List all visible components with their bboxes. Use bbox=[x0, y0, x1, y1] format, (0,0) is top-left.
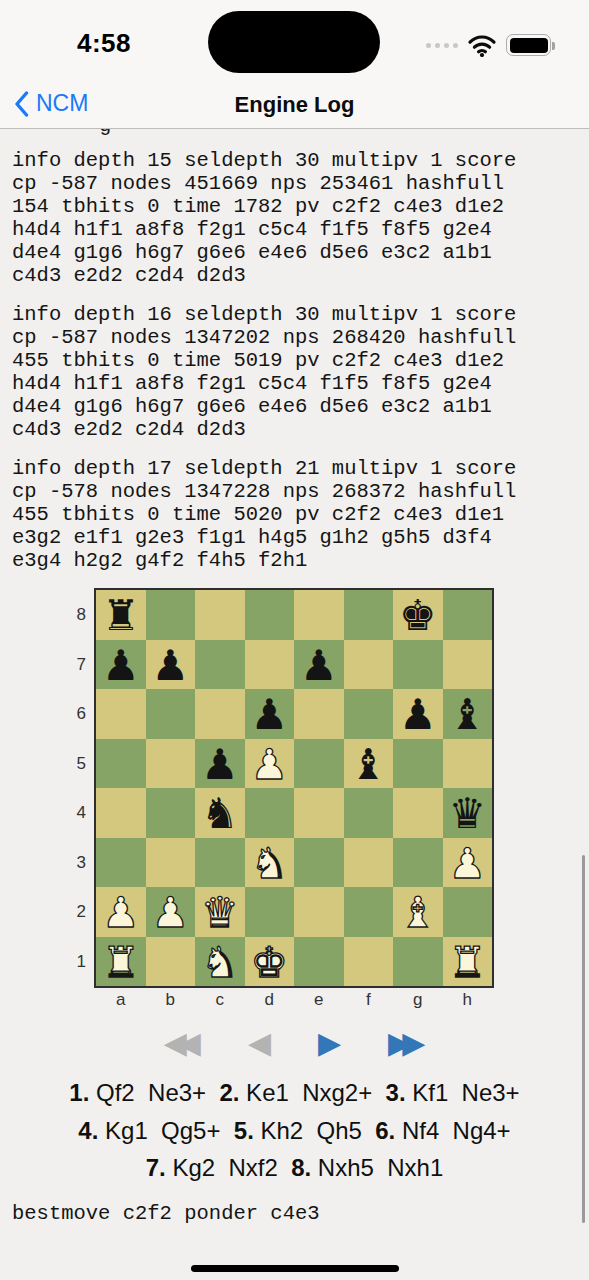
square-b5 bbox=[146, 739, 196, 789]
square-h7 bbox=[443, 640, 493, 690]
uci-info-depth-17: info depth 17 seldepth 21 multipv 1 scor… bbox=[0, 457, 589, 572]
square-e3 bbox=[294, 838, 344, 888]
square-c3 bbox=[195, 838, 245, 888]
move-line-3: 7. Kg2 Nxf2 8. Nxh5 Nxh1 bbox=[0, 1149, 589, 1187]
square-g1 bbox=[393, 937, 443, 987]
rank-label-6: 6 bbox=[0, 689, 86, 739]
square-a3 bbox=[96, 838, 146, 888]
white-bishop-g2: ♝ bbox=[393, 887, 443, 937]
navigation-bar: NCM Engine Log bbox=[0, 84, 589, 128]
black-pawn-e7: ♟ bbox=[294, 640, 344, 690]
chess-board-area: 87654321 ♜♚♟♟♟♟♟♝♟♟♝♞♛♞♟♟♟♛♝♜♞♚♜ abcdefg… bbox=[0, 588, 589, 1006]
square-g4 bbox=[393, 788, 443, 838]
move-number: 7. bbox=[146, 1154, 166, 1181]
square-g3 bbox=[393, 838, 443, 888]
square-c7 bbox=[195, 640, 245, 690]
black-pawn-a7: ♟ bbox=[96, 640, 146, 690]
black-queen-h4: ♛ bbox=[443, 788, 493, 838]
square-d2 bbox=[245, 887, 295, 937]
white-rook-h1: ♜ bbox=[443, 937, 493, 987]
square-h3: ♟ bbox=[443, 838, 493, 888]
square-d6: ♟ bbox=[245, 689, 295, 739]
engine-log-scrollview[interactable]: g info depth 15 seldepth 30 multipv 1 sc… bbox=[0, 129, 589, 1280]
square-a8: ♜ bbox=[96, 590, 146, 640]
square-h1: ♜ bbox=[443, 937, 493, 987]
square-f4 bbox=[344, 788, 394, 838]
square-c2: ♛ bbox=[195, 887, 245, 937]
white-knight-d3: ♞ bbox=[245, 838, 295, 888]
black-pawn-b7: ♟ bbox=[146, 640, 196, 690]
file-label-f: f bbox=[344, 990, 394, 1010]
square-b1 bbox=[146, 937, 196, 987]
square-a6 bbox=[96, 689, 146, 739]
black-knight-c4: ♞ bbox=[195, 788, 245, 838]
wifi-icon bbox=[467, 34, 497, 57]
white-pawn-d5: ♟ bbox=[245, 739, 295, 789]
move-line-1: 1. Qf2 Ne3+ 2. Ke1 Nxg2+ 3. Kf1 Ne3+ bbox=[0, 1074, 589, 1112]
rank-label-8: 8 bbox=[0, 590, 86, 640]
white-queen-c2: ♛ bbox=[195, 887, 245, 937]
status-icons bbox=[426, 32, 551, 58]
move-line-2: 4. Kg1 Qg5+ 5. Kh2 Qh5 6. Nf4 Ng4+ bbox=[0, 1112, 589, 1150]
square-f2 bbox=[344, 887, 394, 937]
square-b8 bbox=[146, 590, 196, 640]
move-number: 5. bbox=[234, 1117, 254, 1144]
square-g8: ♚ bbox=[393, 590, 443, 640]
white-knight-c1: ♞ bbox=[195, 937, 245, 987]
move-number: 8. bbox=[291, 1154, 311, 1181]
move-number: 2. bbox=[219, 1079, 239, 1106]
square-f8 bbox=[344, 590, 394, 640]
move-number: 6. bbox=[375, 1117, 395, 1144]
square-c4: ♞ bbox=[195, 788, 245, 838]
square-b4 bbox=[146, 788, 196, 838]
square-a5 bbox=[96, 739, 146, 789]
step-back-button[interactable]: ◀ bbox=[248, 1020, 271, 1066]
file-labels: abcdefgh bbox=[96, 990, 492, 1010]
file-label-b: b bbox=[146, 990, 196, 1010]
square-f3 bbox=[344, 838, 394, 888]
square-e4 bbox=[294, 788, 344, 838]
jump-to-start-button[interactable]: ◀◀ bbox=[164, 1020, 201, 1066]
engine-log-screen: 4:58 bbox=[0, 0, 589, 1280]
uci-info-depth-15: info depth 15 seldepth 30 multipv 1 scor… bbox=[0, 149, 589, 287]
page-title: Engine Log bbox=[0, 92, 589, 118]
square-b6 bbox=[146, 689, 196, 739]
square-b7: ♟ bbox=[146, 640, 196, 690]
black-pawn-d6: ♟ bbox=[245, 689, 295, 739]
file-label-c: c bbox=[195, 990, 245, 1010]
cellular-signal-icon bbox=[426, 43, 458, 48]
black-pawn-c5: ♟ bbox=[195, 739, 245, 789]
black-pawn-g6: ♟ bbox=[393, 689, 443, 739]
square-b3 bbox=[146, 838, 196, 888]
square-a7: ♟ bbox=[96, 640, 146, 690]
rank-label-2: 2 bbox=[0, 887, 86, 937]
scrollbar-thumb[interactable] bbox=[582, 855, 585, 1223]
move-number: 3. bbox=[386, 1079, 406, 1106]
move-number: 1. bbox=[69, 1079, 89, 1106]
square-c6 bbox=[195, 689, 245, 739]
jump-to-end-button[interactable]: ▶▶ bbox=[388, 1020, 425, 1066]
playback-controls: ◀◀◀▶▶▶ bbox=[0, 1020, 589, 1066]
rank-labels: 87654321 bbox=[0, 590, 86, 986]
white-pawn-a2: ♟ bbox=[96, 887, 146, 937]
square-f1 bbox=[344, 937, 394, 987]
dynamic-island bbox=[208, 11, 380, 73]
square-f7 bbox=[344, 640, 394, 690]
square-a2: ♟ bbox=[96, 887, 146, 937]
black-king-g8: ♚ bbox=[393, 590, 443, 640]
square-g6: ♟ bbox=[393, 689, 443, 739]
square-h4: ♛ bbox=[443, 788, 493, 838]
square-g2: ♝ bbox=[393, 887, 443, 937]
square-d4 bbox=[245, 788, 295, 838]
black-rook-a8: ♜ bbox=[96, 590, 146, 640]
square-a4 bbox=[96, 788, 146, 838]
square-d3: ♞ bbox=[245, 838, 295, 888]
rank-label-1: 1 bbox=[0, 937, 86, 987]
rank-label-7: 7 bbox=[0, 640, 86, 690]
square-a1: ♜ bbox=[96, 937, 146, 987]
square-f5: ♝ bbox=[344, 739, 394, 789]
bestmove-line: bestmove c2f2 ponder c4e3 bbox=[12, 1202, 589, 1225]
file-label-a: a bbox=[96, 990, 146, 1010]
square-e2 bbox=[294, 887, 344, 937]
square-c1: ♞ bbox=[195, 937, 245, 987]
white-rook-a1: ♜ bbox=[96, 937, 146, 987]
uci-info-depth-16: info depth 16 seldepth 30 multipv 1 scor… bbox=[0, 303, 589, 441]
square-d8 bbox=[245, 590, 295, 640]
square-h6: ♝ bbox=[443, 689, 493, 739]
white-king-d1: ♚ bbox=[245, 937, 295, 987]
square-e1 bbox=[294, 937, 344, 987]
white-pawn-h3: ♟ bbox=[443, 838, 493, 888]
status-time: 4:58 bbox=[62, 28, 146, 59]
square-c5: ♟ bbox=[195, 739, 245, 789]
square-h2 bbox=[443, 887, 493, 937]
square-e7: ♟ bbox=[294, 640, 344, 690]
square-d5: ♟ bbox=[245, 739, 295, 789]
square-e5 bbox=[294, 739, 344, 789]
clipped-log-line: g bbox=[0, 129, 589, 137]
square-h5 bbox=[443, 739, 493, 789]
file-label-e: e bbox=[294, 990, 344, 1010]
square-d1: ♚ bbox=[245, 937, 295, 987]
square-h8 bbox=[443, 590, 493, 640]
square-g5 bbox=[393, 739, 443, 789]
move-number: 4. bbox=[78, 1117, 98, 1144]
rank-label-3: 3 bbox=[0, 838, 86, 888]
file-label-h: h bbox=[443, 990, 493, 1010]
square-d7 bbox=[245, 640, 295, 690]
square-e8 bbox=[294, 590, 344, 640]
black-bishop-h6: ♝ bbox=[443, 689, 493, 739]
square-e6 bbox=[294, 689, 344, 739]
file-label-g: g bbox=[393, 990, 443, 1010]
file-label-d: d bbox=[245, 990, 295, 1010]
white-pawn-b2: ♟ bbox=[146, 887, 196, 937]
rank-label-4: 4 bbox=[0, 788, 86, 838]
chess-board: ♜♚♟♟♟♟♟♝♟♟♝♞♛♞♟♟♟♛♝♜♞♚♜ bbox=[94, 588, 494, 988]
square-g7 bbox=[393, 640, 443, 690]
black-bishop-f5: ♝ bbox=[344, 739, 394, 789]
step-forward-button[interactable]: ▶ bbox=[318, 1020, 341, 1066]
rank-label-5: 5 bbox=[0, 739, 86, 789]
battery-icon bbox=[506, 34, 551, 56]
square-b2: ♟ bbox=[146, 887, 196, 937]
square-c8 bbox=[195, 590, 245, 640]
move-list: 1. Qf2 Ne3+ 2. Ke1 Nxg2+ 3. Kf1 Ne3+4. K… bbox=[0, 1074, 589, 1187]
top-chrome: 4:58 bbox=[0, 0, 589, 129]
home-indicator[interactable] bbox=[191, 1265, 399, 1272]
square-f6 bbox=[344, 689, 394, 739]
